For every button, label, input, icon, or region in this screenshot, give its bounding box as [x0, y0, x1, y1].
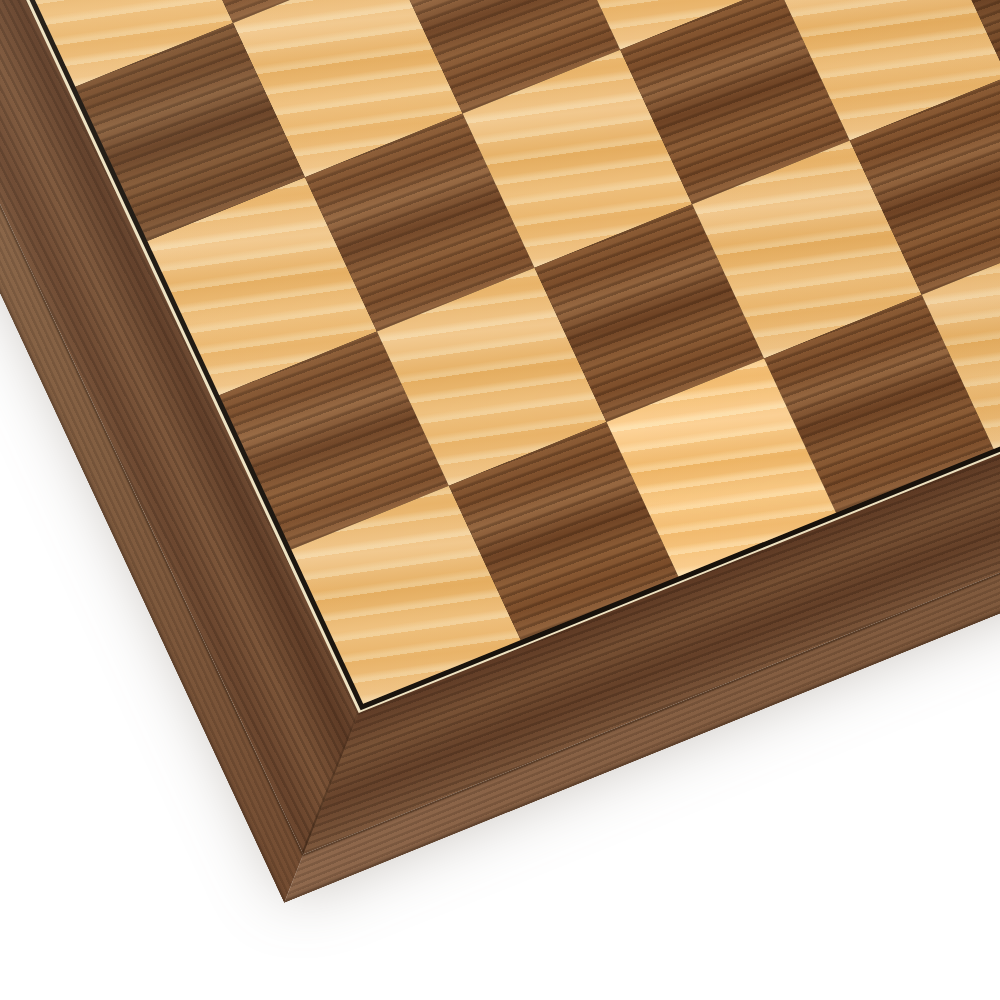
product-photo-scene: Angled close-up photograph of the near c… [0, 0, 1000, 1000]
chess-board [0, 0, 1000, 854]
